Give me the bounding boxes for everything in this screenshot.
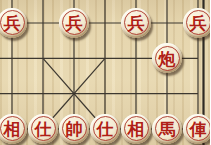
board-point-g1: 相 bbox=[121, 111, 152, 145]
piece-glyph-advisor: 仕 bbox=[97, 121, 114, 138]
piece-glyph-cannon: 炮 bbox=[159, 50, 176, 67]
board-points: 兵兵兵兵炮相仕帥仕相馬俥 bbox=[0, 5, 210, 145]
piece-glyph-chariot: 俥 bbox=[190, 121, 207, 138]
piece-red-horse-h1[interactable]: 馬 bbox=[152, 114, 182, 144]
board-point-h1: 馬 bbox=[152, 111, 183, 145]
board-point-h3: 炮 bbox=[152, 41, 183, 76]
piece-red-soldier-g4[interactable]: 兵 bbox=[121, 8, 151, 38]
board-point-e4: 兵 bbox=[59, 5, 90, 40]
piece-red-advisor-d1[interactable]: 仕 bbox=[28, 114, 58, 144]
piece-red-soldier-c4[interactable]: 兵 bbox=[0, 8, 27, 38]
piece-red-cannon-h3[interactable]: 炮 bbox=[152, 43, 182, 73]
piece-red-general-e1[interactable]: 帥 bbox=[59, 114, 89, 144]
piece-red-advisor-f1[interactable]: 仕 bbox=[90, 114, 120, 144]
piece-red-elephant-g1[interactable]: 相 bbox=[121, 114, 151, 144]
piece-red-soldier-e4[interactable]: 兵 bbox=[59, 8, 89, 38]
board-point-f1: 仕 bbox=[90, 111, 121, 145]
board-point-e1: 帥 bbox=[59, 111, 90, 145]
piece-glyph-soldier: 兵 bbox=[66, 15, 83, 32]
xiangqi-app: 兵兵兵兵炮相仕帥仕相馬俥 bbox=[0, 0, 210, 145]
board-point-i1: 俥 bbox=[183, 111, 211, 145]
piece-glyph-general: 帥 bbox=[66, 121, 83, 138]
piece-glyph-advisor: 仕 bbox=[35, 121, 52, 138]
board-point-d1: 仕 bbox=[28, 111, 59, 145]
xiangqi-board[interactable]: 兵兵兵兵炮相仕帥仕相馬俥 bbox=[0, 0, 210, 145]
board-point-c4: 兵 bbox=[0, 5, 28, 40]
board-point-c1: 相 bbox=[0, 111, 28, 145]
board-point-g4: 兵 bbox=[121, 5, 152, 40]
piece-glyph-soldier: 兵 bbox=[190, 15, 207, 32]
piece-glyph-soldier: 兵 bbox=[128, 15, 145, 32]
piece-red-chariot-i1[interactable]: 俥 bbox=[183, 114, 210, 144]
piece-red-elephant-c1[interactable]: 相 bbox=[0, 114, 27, 144]
piece-red-soldier-i4[interactable]: 兵 bbox=[183, 8, 210, 38]
piece-glyph-soldier: 兵 bbox=[4, 15, 21, 32]
piece-glyph-horse: 馬 bbox=[159, 121, 176, 138]
board-point-i4: 兵 bbox=[183, 5, 211, 40]
piece-glyph-elephant: 相 bbox=[4, 121, 21, 138]
piece-glyph-elephant: 相 bbox=[128, 121, 145, 138]
